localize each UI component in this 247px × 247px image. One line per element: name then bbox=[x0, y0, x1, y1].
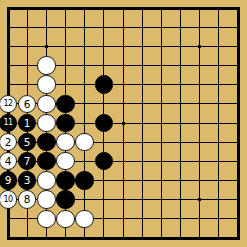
board-point[interactable] bbox=[171, 75, 190, 94]
white-stone[interactable] bbox=[75, 210, 93, 228]
black-stone[interactable]: 9 bbox=[0, 171, 17, 189]
board-point[interactable] bbox=[171, 18, 190, 37]
black-stone[interactable] bbox=[37, 152, 55, 170]
board-point[interactable]: 2 bbox=[0, 133, 18, 152]
board-point[interactable] bbox=[94, 18, 113, 37]
board-point[interactable] bbox=[133, 0, 152, 18]
board-point[interactable] bbox=[0, 209, 18, 228]
black-stone[interactable] bbox=[95, 152, 113, 170]
board-point[interactable] bbox=[56, 75, 75, 94]
board-point[interactable] bbox=[37, 37, 56, 56]
board-point[interactable] bbox=[56, 190, 75, 209]
board-point[interactable] bbox=[209, 113, 228, 132]
white-stone[interactable]: 6 bbox=[18, 95, 36, 113]
board-point[interactable] bbox=[37, 113, 56, 132]
board-point[interactable] bbox=[228, 75, 247, 94]
board-point[interactable] bbox=[209, 152, 228, 171]
board-point[interactable] bbox=[94, 37, 113, 56]
board-point[interactable] bbox=[133, 190, 152, 209]
board-point[interactable] bbox=[18, 0, 37, 18]
board-point[interactable] bbox=[113, 75, 132, 94]
move-number-label: 8 bbox=[24, 194, 31, 205]
board-point[interactable] bbox=[94, 113, 113, 132]
board-point[interactable] bbox=[133, 75, 152, 94]
board-point[interactable] bbox=[209, 37, 228, 56]
board-point[interactable] bbox=[94, 190, 113, 209]
board-point[interactable] bbox=[94, 209, 113, 228]
board-point[interactable] bbox=[37, 190, 56, 209]
board-point[interactable] bbox=[190, 228, 209, 247]
board-point[interactable] bbox=[190, 94, 209, 113]
white-stone[interactable]: 10 bbox=[0, 190, 17, 208]
board-point[interactable] bbox=[56, 228, 75, 247]
go-board-grid: 126111254793108 bbox=[0, 0, 247, 247]
board-point[interactable]: 1 bbox=[18, 113, 37, 132]
board-point[interactable] bbox=[0, 56, 18, 75]
board-point[interactable] bbox=[228, 228, 247, 247]
board-point[interactable] bbox=[37, 94, 56, 113]
board-point[interactable]: 8 bbox=[18, 190, 37, 209]
board-point[interactable] bbox=[56, 37, 75, 56]
board-point[interactable] bbox=[209, 94, 228, 113]
white-stone[interactable] bbox=[37, 114, 55, 132]
move-number-label: 5 bbox=[24, 136, 31, 147]
board-point[interactable] bbox=[190, 37, 209, 56]
board-point[interactable] bbox=[228, 113, 247, 132]
board-point[interactable] bbox=[75, 190, 94, 209]
board-point[interactable] bbox=[171, 113, 190, 132]
board-point[interactable] bbox=[190, 0, 209, 18]
board-point[interactable] bbox=[113, 113, 132, 132]
board-point[interactable] bbox=[133, 113, 152, 132]
white-stone[interactable]: 2 bbox=[0, 133, 17, 151]
black-stone[interactable] bbox=[56, 190, 74, 208]
board-point[interactable] bbox=[152, 133, 171, 152]
board-point[interactable]: 7 bbox=[18, 152, 37, 171]
board-point[interactable] bbox=[0, 75, 18, 94]
board-point[interactable] bbox=[113, 228, 132, 247]
board-point[interactable] bbox=[171, 228, 190, 247]
white-stone[interactable] bbox=[37, 190, 55, 208]
black-stone[interactable] bbox=[75, 171, 93, 189]
black-stone[interactable]: 11 bbox=[0, 114, 17, 132]
board-point[interactable] bbox=[209, 56, 228, 75]
board-point[interactable] bbox=[75, 75, 94, 94]
move-number-label: 11 bbox=[3, 118, 12, 126]
board-point[interactable]: 12 bbox=[0, 94, 18, 113]
board-point[interactable] bbox=[37, 171, 56, 190]
black-stone[interactable]: 5 bbox=[18, 133, 36, 151]
board-point[interactable] bbox=[18, 18, 37, 37]
black-stone[interactable] bbox=[95, 114, 113, 132]
board-point[interactable] bbox=[209, 228, 228, 247]
black-stone[interactable]: 3 bbox=[18, 171, 36, 189]
board-point[interactable] bbox=[209, 209, 228, 228]
black-stone[interactable] bbox=[56, 114, 74, 132]
board-point[interactable] bbox=[94, 152, 113, 171]
board-point[interactable] bbox=[190, 18, 209, 37]
board-point[interactable] bbox=[190, 113, 209, 132]
board-point[interactable]: 3 bbox=[18, 171, 37, 190]
board-point[interactable] bbox=[75, 94, 94, 113]
white-stone[interactable] bbox=[37, 75, 55, 93]
board-point[interactable] bbox=[152, 37, 171, 56]
white-stone[interactable] bbox=[37, 210, 55, 228]
board-point[interactable]: 11 bbox=[0, 113, 18, 132]
board-point[interactable] bbox=[133, 94, 152, 113]
board-point[interactable] bbox=[75, 228, 94, 247]
board-point[interactable] bbox=[190, 190, 209, 209]
board-point[interactable] bbox=[0, 18, 18, 37]
board-point[interactable] bbox=[190, 56, 209, 75]
board-point[interactable] bbox=[37, 133, 56, 152]
board-point[interactable] bbox=[228, 152, 247, 171]
move-number-label: 2 bbox=[5, 136, 12, 147]
move-number-label: 7 bbox=[24, 155, 31, 166]
white-stone[interactable] bbox=[56, 210, 74, 228]
board-point[interactable] bbox=[152, 56, 171, 75]
board-point[interactable] bbox=[94, 0, 113, 18]
move-number-label: 4 bbox=[5, 155, 12, 166]
board-point[interactable] bbox=[152, 113, 171, 132]
board-point[interactable] bbox=[228, 56, 247, 75]
board-point[interactable] bbox=[56, 209, 75, 228]
board-point[interactable] bbox=[94, 56, 113, 75]
board-point[interactable] bbox=[37, 152, 56, 171]
board-point[interactable] bbox=[152, 18, 171, 37]
board-point[interactable] bbox=[133, 56, 152, 75]
board-point[interactable] bbox=[75, 0, 94, 18]
white-stone[interactable] bbox=[75, 133, 93, 151]
board-point[interactable] bbox=[113, 133, 132, 152]
board-point[interactable] bbox=[171, 152, 190, 171]
white-stone[interactable]: 4 bbox=[0, 152, 17, 170]
board-point[interactable] bbox=[209, 171, 228, 190]
black-stone[interactable] bbox=[95, 75, 113, 93]
move-number-label: 10 bbox=[3, 195, 12, 203]
board-point[interactable] bbox=[228, 209, 247, 228]
board-point[interactable] bbox=[94, 171, 113, 190]
board-point[interactable] bbox=[94, 94, 113, 113]
board-point[interactable] bbox=[171, 190, 190, 209]
white-stone[interactable] bbox=[37, 171, 55, 189]
board-point[interactable] bbox=[37, 75, 56, 94]
white-stone[interactable] bbox=[37, 95, 55, 113]
board-point[interactable] bbox=[56, 171, 75, 190]
board-point[interactable] bbox=[94, 228, 113, 247]
black-stone[interactable]: 1 bbox=[18, 114, 36, 132]
board-point[interactable] bbox=[171, 171, 190, 190]
board-point[interactable] bbox=[18, 209, 37, 228]
board-point[interactable] bbox=[228, 0, 247, 18]
board-point[interactable] bbox=[113, 56, 132, 75]
board-point[interactable] bbox=[56, 56, 75, 75]
white-stone[interactable] bbox=[37, 56, 55, 74]
board-point[interactable] bbox=[152, 228, 171, 247]
board-point[interactable] bbox=[56, 94, 75, 113]
board-point[interactable] bbox=[171, 209, 190, 228]
board-point[interactable] bbox=[37, 56, 56, 75]
board-point[interactable] bbox=[190, 133, 209, 152]
board-point[interactable] bbox=[0, 37, 18, 56]
board-point[interactable] bbox=[37, 209, 56, 228]
board-point[interactable] bbox=[94, 133, 113, 152]
board-point[interactable] bbox=[209, 133, 228, 152]
board-point[interactable] bbox=[94, 75, 113, 94]
board-point[interactable] bbox=[152, 75, 171, 94]
board-point[interactable] bbox=[75, 56, 94, 75]
board-point[interactable]: 6 bbox=[18, 94, 37, 113]
board-point[interactable] bbox=[152, 171, 171, 190]
board-point[interactable] bbox=[75, 152, 94, 171]
board-point[interactable] bbox=[56, 18, 75, 37]
board-point[interactable] bbox=[113, 209, 132, 228]
move-number-label: 6 bbox=[24, 98, 31, 109]
board-point[interactable] bbox=[190, 209, 209, 228]
board-point[interactable] bbox=[133, 18, 152, 37]
board-point[interactable] bbox=[133, 152, 152, 171]
board-point[interactable] bbox=[133, 171, 152, 190]
board-point[interactable] bbox=[113, 190, 132, 209]
move-number-label: 9 bbox=[5, 175, 12, 186]
board-point[interactable] bbox=[75, 18, 94, 37]
board-point[interactable] bbox=[171, 37, 190, 56]
board-point[interactable] bbox=[133, 37, 152, 56]
board-point[interactable] bbox=[152, 190, 171, 209]
board-point[interactable] bbox=[56, 113, 75, 132]
board-point[interactable] bbox=[113, 37, 132, 56]
board-point[interactable]: 5 bbox=[18, 133, 37, 152]
board-point[interactable] bbox=[152, 209, 171, 228]
board-point[interactable] bbox=[75, 171, 94, 190]
board-point[interactable] bbox=[171, 133, 190, 152]
board-point[interactable] bbox=[190, 152, 209, 171]
board-point[interactable] bbox=[228, 171, 247, 190]
board-point[interactable] bbox=[18, 56, 37, 75]
white-stone[interactable] bbox=[56, 133, 74, 151]
board-point[interactable] bbox=[56, 0, 75, 18]
board-point[interactable] bbox=[37, 0, 56, 18]
board-point[interactable] bbox=[133, 209, 152, 228]
board-point[interactable] bbox=[56, 152, 75, 171]
board-point[interactable] bbox=[75, 113, 94, 132]
board-point[interactable] bbox=[152, 152, 171, 171]
board-point[interactable] bbox=[190, 171, 209, 190]
board-point[interactable] bbox=[152, 94, 171, 113]
board-point[interactable] bbox=[113, 94, 132, 113]
move-number-label: 12 bbox=[3, 99, 12, 107]
board-point[interactable] bbox=[18, 228, 37, 247]
board-point[interactable] bbox=[171, 94, 190, 113]
move-number-label: 1 bbox=[24, 117, 31, 128]
black-stone[interactable] bbox=[56, 171, 74, 189]
board-point[interactable] bbox=[133, 228, 152, 247]
white-stone[interactable] bbox=[56, 152, 74, 170]
board-point[interactable] bbox=[228, 133, 247, 152]
board-point[interactable] bbox=[113, 171, 132, 190]
black-stone[interactable] bbox=[37, 133, 55, 151]
board-point[interactable] bbox=[190, 75, 209, 94]
board-point[interactable] bbox=[171, 0, 190, 18]
board-point[interactable] bbox=[37, 228, 56, 247]
board-point[interactable] bbox=[75, 37, 94, 56]
board-point[interactable] bbox=[56, 133, 75, 152]
board-point[interactable] bbox=[75, 209, 94, 228]
board-point[interactable] bbox=[228, 37, 247, 56]
board-point[interactable] bbox=[228, 94, 247, 113]
board-point[interactable] bbox=[113, 152, 132, 171]
black-stone[interactable] bbox=[56, 95, 74, 113]
board-point[interactable] bbox=[18, 75, 37, 94]
board-point[interactable] bbox=[133, 133, 152, 152]
board-point[interactable] bbox=[113, 18, 132, 37]
board-point[interactable] bbox=[0, 0, 18, 18]
board-point[interactable] bbox=[209, 75, 228, 94]
go-board-diagram: 126111254793108 bbox=[0, 0, 247, 247]
board-point[interactable] bbox=[37, 18, 56, 37]
board-point[interactable] bbox=[18, 37, 37, 56]
board-point[interactable]: 4 bbox=[0, 152, 18, 171]
board-point[interactable] bbox=[75, 133, 94, 152]
board-point[interactable] bbox=[0, 228, 18, 247]
board-point[interactable] bbox=[209, 190, 228, 209]
board-point[interactable] bbox=[171, 56, 190, 75]
board-point[interactable] bbox=[228, 18, 247, 37]
black-stone[interactable]: 7 bbox=[18, 152, 36, 170]
white-stone[interactable]: 12 bbox=[0, 95, 17, 113]
move-number-label: 3 bbox=[24, 175, 31, 186]
board-point[interactable] bbox=[209, 0, 228, 18]
board-point[interactable] bbox=[152, 0, 171, 18]
board-point[interactable] bbox=[228, 190, 247, 209]
board-point[interactable]: 10 bbox=[0, 190, 18, 209]
board-point[interactable]: 9 bbox=[0, 171, 18, 190]
white-stone[interactable]: 8 bbox=[18, 190, 36, 208]
board-point[interactable] bbox=[113, 0, 132, 18]
board-point[interactable] bbox=[209, 18, 228, 37]
